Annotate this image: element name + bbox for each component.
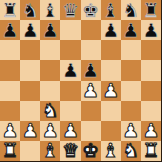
piece-white-rook-h1[interactable]: ♜: [142, 141, 159, 160]
square-a3[interactable]: [0, 101, 20, 121]
square-f4[interactable]: ♟: [101, 81, 121, 101]
piece-black-pawn-c7[interactable]: ♟: [42, 21, 59, 40]
square-d1[interactable]: ♛: [60, 141, 80, 161]
square-d4[interactable]: [60, 81, 80, 101]
square-h5[interactable]: [141, 60, 161, 80]
piece-black-knight-b8[interactable]: ♞: [22, 1, 39, 20]
square-b6[interactable]: [20, 40, 40, 60]
square-g1[interactable]: ♞: [121, 141, 141, 161]
piece-black-pawn-g7[interactable]: ♟: [122, 21, 139, 40]
square-g2[interactable]: ♟: [121, 121, 141, 141]
piece-black-pawn-d5[interactable]: ♟: [62, 61, 79, 80]
piece-black-pawn-e5[interactable]: ♟: [82, 61, 99, 80]
square-h8[interactable]: ♜: [141, 0, 161, 20]
square-f8[interactable]: ♝: [101, 0, 121, 20]
piece-white-pawn-a2[interactable]: ♟: [2, 121, 19, 140]
square-c1[interactable]: ♝: [40, 141, 60, 161]
square-g4[interactable]: [121, 81, 141, 101]
piece-black-pawn-a7[interactable]: ♟: [2, 21, 19, 40]
square-e6[interactable]: [81, 40, 101, 60]
square-c7[interactable]: ♟: [40, 20, 60, 40]
square-e7[interactable]: [81, 20, 101, 40]
square-d7[interactable]: [60, 20, 80, 40]
square-a8[interactable]: ♜: [0, 0, 20, 20]
piece-white-bishop-c1[interactable]: ♝: [42, 141, 59, 160]
square-e1[interactable]: ♚: [81, 141, 101, 161]
piece-white-pawn-g2[interactable]: ♟: [122, 121, 139, 140]
square-f5[interactable]: [101, 60, 121, 80]
square-h6[interactable]: [141, 40, 161, 60]
square-e5[interactable]: ♟: [81, 60, 101, 80]
square-e3[interactable]: [81, 101, 101, 121]
piece-white-pawn-h2[interactable]: ♟: [142, 121, 159, 140]
piece-white-bishop-f1[interactable]: ♝: [102, 141, 119, 160]
piece-black-bishop-f8[interactable]: ♝: [102, 1, 119, 20]
square-f2[interactable]: [101, 121, 121, 141]
square-a2[interactable]: ♟: [0, 121, 20, 141]
square-h1[interactable]: ♜: [141, 141, 161, 161]
piece-white-knight-g1[interactable]: ♞: [122, 141, 139, 160]
square-d3[interactable]: [60, 101, 80, 121]
piece-black-pawn-b7[interactable]: ♟: [22, 21, 39, 40]
piece-black-rook-a8[interactable]: ♜: [2, 1, 19, 20]
square-b2[interactable]: ♟: [20, 121, 40, 141]
square-d6[interactable]: [60, 40, 80, 60]
square-h3[interactable]: [141, 101, 161, 121]
piece-white-pawn-e4[interactable]: ♟: [82, 81, 99, 100]
square-f1[interactable]: ♝: [101, 141, 121, 161]
square-f3[interactable]: [101, 101, 121, 121]
square-b4[interactable]: [20, 81, 40, 101]
square-g5[interactable]: [121, 60, 141, 80]
square-f7[interactable]: ♟: [101, 20, 121, 40]
piece-black-rook-h8[interactable]: ♜: [142, 1, 159, 20]
square-c2[interactable]: ♟: [40, 121, 60, 141]
square-c5[interactable]: [40, 60, 60, 80]
square-h2[interactable]: ♟: [141, 121, 161, 141]
square-b7[interactable]: ♟: [20, 20, 40, 40]
piece-black-knight-g8[interactable]: ♞: [122, 1, 139, 20]
square-d2[interactable]: ♟: [60, 121, 80, 141]
square-h4[interactable]: [141, 81, 161, 101]
piece-white-king-e1[interactable]: ♚: [82, 141, 99, 160]
square-g3[interactable]: [121, 101, 141, 121]
piece-white-pawn-b2[interactable]: ♟: [22, 121, 39, 140]
square-a7[interactable]: ♟: [0, 20, 20, 40]
piece-white-knight-c3[interactable]: ♞: [42, 101, 59, 120]
square-c6[interactable]: [40, 40, 60, 60]
piece-black-king-e8[interactable]: ♚: [82, 1, 99, 20]
square-b1[interactable]: [20, 141, 40, 161]
square-d8[interactable]: ♛: [60, 0, 80, 20]
square-a6[interactable]: [0, 40, 20, 60]
piece-white-rook-a1[interactable]: ♜: [2, 141, 19, 160]
piece-black-queen-d8[interactable]: ♛: [62, 1, 79, 20]
square-a4[interactable]: [0, 81, 20, 101]
square-f6[interactable]: [101, 40, 121, 60]
piece-black-pawn-h7[interactable]: ♟: [142, 21, 159, 40]
piece-white-queen-d1[interactable]: ♛: [62, 141, 79, 160]
square-h7[interactable]: ♟: [141, 20, 161, 40]
square-b5[interactable]: [20, 60, 40, 80]
square-g6[interactable]: [121, 40, 141, 60]
piece-black-bishop-c8[interactable]: ♝: [42, 1, 59, 20]
square-a5[interactable]: [0, 60, 20, 80]
piece-white-pawn-f4[interactable]: ♟: [102, 81, 119, 100]
square-g8[interactable]: ♞: [121, 0, 141, 20]
square-c3[interactable]: ♞: [40, 101, 60, 121]
square-c4[interactable]: [40, 81, 60, 101]
square-e8[interactable]: ♚: [81, 0, 101, 20]
piece-white-pawn-d2[interactable]: ♟: [62, 121, 79, 140]
square-b8[interactable]: ♞: [20, 0, 40, 20]
square-a1[interactable]: ♜: [0, 141, 20, 161]
piece-white-pawn-c2[interactable]: ♟: [42, 121, 59, 140]
square-g7[interactable]: ♟: [121, 20, 141, 40]
square-d5[interactable]: ♟: [60, 60, 80, 80]
piece-black-pawn-f7[interactable]: ♟: [102, 21, 119, 40]
square-e4[interactable]: ♟: [81, 81, 101, 101]
square-c8[interactable]: ♝: [40, 0, 60, 20]
square-e2[interactable]: [81, 121, 101, 141]
square-b3[interactable]: [20, 101, 40, 121]
chess-board: ♜♞♝♛♚♝♞♜♟♟♟♟♟♟♟♟♟♟♞♟♟♟♟♟♟♜♝♛♚♝♞♜: [0, 0, 162, 162]
